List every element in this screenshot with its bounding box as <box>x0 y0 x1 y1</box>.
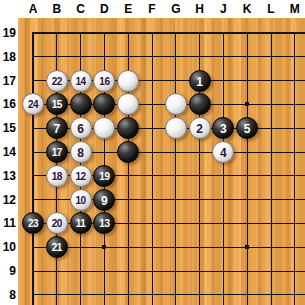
stone-black-21-B10[interactable]: 21 <box>46 236 68 258</box>
stone-white-10-C12[interactable]: 10 <box>70 189 92 211</box>
stone-white-8-C14[interactable]: 8 <box>70 141 92 163</box>
row-label-15: 15 <box>1 120 16 136</box>
star-point-D10 <box>102 245 106 249</box>
row-label-13: 13 <box>1 168 16 184</box>
stone-number: 24 <box>28 100 38 110</box>
stone-number: 10 <box>76 195 86 205</box>
row-label-18: 18 <box>1 49 16 65</box>
stone-black-setup-E14[interactable] <box>117 141 139 163</box>
stone-number: 5 <box>244 123 251 135</box>
stone-number: 18 <box>52 171 62 181</box>
stone-white-setup-E17[interactable] <box>117 70 139 92</box>
stone-white-22-B17[interactable]: 22 <box>46 70 68 92</box>
column-label-G: G <box>166 1 186 17</box>
row-label-9: 9 <box>1 263 16 279</box>
go-kifu-screen: ABCDEFGHJKLM1918171615141312111098123456… <box>0 0 305 305</box>
stone-number: 22 <box>52 76 62 86</box>
stone-white-setup-D15[interactable] <box>93 117 115 139</box>
column-label-L: L <box>261 1 281 17</box>
stone-black-1-H17[interactable]: 1 <box>189 70 211 92</box>
column-label-M: M <box>285 1 305 17</box>
column-label-C: C <box>71 1 91 17</box>
stone-white-6-C15[interactable]: 6 <box>70 117 92 139</box>
column-label-E: E <box>118 1 138 17</box>
row-label-12: 12 <box>1 192 16 208</box>
column-label-B: B <box>47 1 67 17</box>
stone-white-4-J14[interactable]: 4 <box>212 141 234 163</box>
stone-white-2-H15[interactable]: 2 <box>189 117 211 139</box>
stone-black-setup-H16[interactable] <box>189 93 211 115</box>
column-label-K: K <box>237 1 257 17</box>
stone-number: 12 <box>76 171 86 181</box>
grid-vertical-line-F <box>152 32 153 305</box>
stone-number: 23 <box>28 219 38 229</box>
stone-number: 17 <box>52 148 62 158</box>
stone-number: 9 <box>101 194 108 206</box>
stone-number: 4 <box>220 147 227 159</box>
stone-number: 20 <box>52 219 62 229</box>
stone-black-15-B16[interactable]: 15 <box>46 93 68 115</box>
stone-white-14-C17[interactable]: 14 <box>70 70 92 92</box>
stone-black-5-K15[interactable]: 5 <box>236 117 258 139</box>
stone-number: 13 <box>99 219 109 229</box>
board-layer: ABCDEFGHJKLM1918171615141312111098123456… <box>0 0 305 305</box>
stone-black-19-D13[interactable]: 19 <box>93 165 115 187</box>
stone-white-20-B11[interactable]: 20 <box>46 212 68 234</box>
stone-black-13-D11[interactable]: 13 <box>93 212 115 234</box>
stone-white-setup-E16[interactable] <box>117 93 139 115</box>
stone-white-setup-G15[interactable] <box>165 117 187 139</box>
stone-black-23-A11[interactable]: 23 <box>22 212 44 234</box>
row-label-16: 16 <box>1 96 16 112</box>
row-label-17: 17 <box>1 73 16 89</box>
stone-white-16-D17[interactable]: 16 <box>93 70 115 92</box>
stone-black-setup-D16[interactable] <box>93 93 115 115</box>
stone-black-9-D12[interactable]: 9 <box>93 189 115 211</box>
stone-black-17-B14[interactable]: 17 <box>46 141 68 163</box>
grid-horizontal-line-9 <box>32 271 305 272</box>
stone-white-12-C13[interactable]: 12 <box>70 165 92 187</box>
row-label-19: 19 <box>1 25 16 41</box>
stone-number: 7 <box>53 123 60 135</box>
stone-number: 14 <box>76 76 86 86</box>
grid-vertical-line-G <box>175 32 176 305</box>
stone-black-11-C11[interactable]: 11 <box>70 212 92 234</box>
column-label-J: J <box>213 1 233 17</box>
stone-number: 3 <box>220 123 227 135</box>
row-label-14: 14 <box>1 144 16 160</box>
column-label-D: D <box>94 1 114 17</box>
stone-white-24-A16[interactable]: 24 <box>22 93 44 115</box>
stone-number: 15 <box>52 100 62 110</box>
stone-black-setup-C16[interactable] <box>70 93 92 115</box>
star-point-K10 <box>245 245 249 249</box>
stone-white-18-B13[interactable]: 18 <box>46 165 68 187</box>
column-label-F: F <box>142 1 162 17</box>
row-label-11: 11 <box>1 215 16 231</box>
star-point-K16 <box>245 102 249 106</box>
stone-number: 1 <box>196 75 203 87</box>
grid-vertical-line-M <box>294 32 295 305</box>
stone-number: 8 <box>77 147 84 159</box>
grid-horizontal-line-10 <box>32 247 305 248</box>
stone-number: 11 <box>76 219 86 229</box>
grid-vertical-line-K <box>247 32 248 305</box>
row-label-10: 10 <box>1 239 16 255</box>
stone-number: 16 <box>99 76 109 86</box>
grid-horizontal-line-8 <box>32 294 305 295</box>
stone-black-3-J15[interactable]: 3 <box>212 117 234 139</box>
grid-vertical-line-L <box>271 32 272 305</box>
column-label-H: H <box>190 1 210 17</box>
stone-white-setup-G16[interactable] <box>165 93 187 115</box>
grid-horizontal-line-19 <box>32 32 305 34</box>
row-label-8: 8 <box>1 287 16 303</box>
stone-black-7-B15[interactable]: 7 <box>46 117 68 139</box>
grid-vertical-line-J <box>223 32 224 305</box>
grid-horizontal-line-18 <box>32 56 305 57</box>
grid-vertical-line-A <box>32 32 34 305</box>
stone-number: 2 <box>196 123 203 135</box>
stone-number: 6 <box>77 123 84 135</box>
stone-number: 19 <box>99 171 109 181</box>
stone-number: 21 <box>52 243 62 253</box>
stone-black-setup-E15[interactable] <box>117 117 139 139</box>
column-label-A: A <box>23 1 43 17</box>
